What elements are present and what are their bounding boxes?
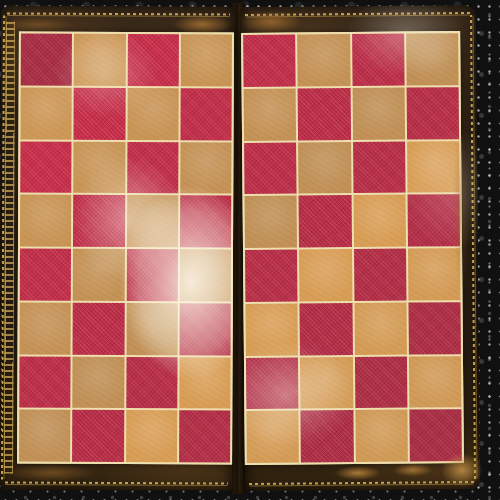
square-h5: [407, 194, 460, 246]
square-a2: [19, 356, 70, 408]
square-a6: [20, 141, 71, 193]
square-e4: [245, 250, 298, 302]
square-h7: [406, 87, 459, 139]
board-left-grid: [17, 32, 234, 465]
square-b5: [73, 195, 124, 247]
leather-scuff: [335, 466, 381, 480]
square-d5: [180, 196, 231, 248]
square-c8: [127, 34, 178, 86]
square-b2: [73, 356, 124, 408]
square-d1: [179, 411, 230, 463]
square-c4: [126, 249, 177, 301]
gold-zigzag-tooling-bottom: [5, 482, 228, 485]
square-g2: [354, 356, 407, 408]
square-h3: [408, 302, 461, 354]
square-b7: [74, 88, 125, 140]
board-right-panel: [241, 5, 480, 491]
square-a8: [21, 34, 72, 86]
square-f3: [300, 303, 353, 355]
square-e6: [244, 142, 297, 194]
square-h4: [408, 248, 461, 300]
square-f7: [298, 88, 351, 140]
gold-zigzag-tooling-top: [245, 12, 470, 16]
square-f2: [300, 357, 353, 409]
square-h6: [407, 141, 460, 193]
gold-zigzag-tooling-bottom: [249, 481, 474, 485]
square-g3: [354, 302, 407, 354]
square-g6: [353, 141, 406, 193]
square-g8: [352, 34, 405, 86]
square-b4: [73, 249, 124, 301]
square-h2: [409, 356, 462, 408]
square-d6: [180, 142, 231, 194]
square-a4: [20, 249, 71, 301]
square-d3: [179, 303, 230, 355]
square-e5: [245, 196, 298, 248]
board-left-panel: [0, 5, 234, 490]
square-a5: [20, 195, 71, 247]
square-g5: [353, 195, 406, 247]
square-d8: [180, 34, 231, 86]
square-c5: [127, 195, 178, 247]
square-e1: [246, 411, 299, 463]
square-g4: [354, 249, 407, 301]
gold-zigzag-tooling-right: [470, 15, 476, 479]
gold-zigzag-tooling-top: [7, 13, 230, 16]
square-f8: [297, 34, 350, 86]
square-c2: [126, 357, 177, 409]
square-b8: [74, 34, 125, 86]
square-c3: [126, 303, 177, 355]
square-c7: [127, 88, 178, 140]
square-h8: [406, 33, 459, 85]
square-a1: [19, 410, 70, 462]
granite-tabletop-background: [0, 0, 500, 500]
square-b1: [72, 410, 123, 462]
leather-scuff: [7, 464, 97, 482]
square-f4: [299, 249, 352, 301]
square-e3: [245, 303, 298, 355]
square-d2: [179, 357, 230, 409]
square-c1: [126, 410, 177, 462]
square-b3: [73, 303, 124, 355]
square-e7: [244, 88, 297, 140]
square-a3: [20, 302, 71, 354]
gold-greek-key-tooling: [4, 22, 15, 474]
square-b6: [73, 141, 124, 193]
square-f1: [301, 410, 354, 462]
square-g7: [352, 87, 405, 139]
square-d4: [180, 249, 231, 301]
square-f6: [298, 142, 351, 194]
square-d7: [180, 88, 231, 140]
square-e8: [243, 35, 296, 87]
square-c6: [127, 142, 178, 194]
leather-scuff: [393, 463, 433, 476]
board-right-grid: [241, 31, 464, 465]
square-g1: [355, 410, 408, 462]
square-a7: [20, 87, 71, 139]
square-e2: [246, 357, 299, 409]
square-h1: [409, 409, 462, 461]
square-f5: [299, 195, 352, 247]
